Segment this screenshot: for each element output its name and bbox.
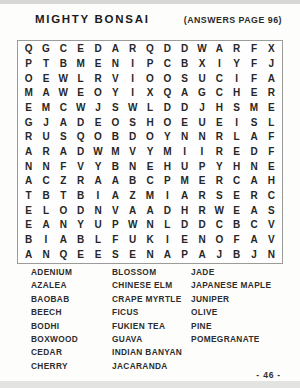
grid-cell-r11c5[interactable]: I bbox=[89, 189, 106, 204]
grid-cell-r4c12[interactable]: C bbox=[211, 86, 228, 101]
grid-cell-r11c9[interactable]: I bbox=[159, 189, 176, 204]
grid-cell-r12c2[interactable]: L bbox=[37, 203, 54, 218]
grid-cell-r2c8[interactable]: P bbox=[141, 57, 158, 72]
grid-cell-r2c2[interactable]: T bbox=[37, 57, 54, 72]
grid-cell-r2c5[interactable]: E bbox=[89, 57, 106, 72]
grid-cell-r10c10[interactable]: M bbox=[176, 174, 193, 189]
grid-cell-r2c13[interactable]: Y bbox=[228, 57, 245, 72]
answers-note: (ANSWERS PAGE 96) bbox=[184, 15, 282, 25]
grid-cell-r7c7[interactable]: D bbox=[124, 130, 141, 145]
grid-cell-r11c12[interactable]: S bbox=[211, 189, 228, 204]
grid-cell-r13c13[interactable]: B bbox=[228, 218, 245, 233]
grid-cell-r4c4[interactable]: E bbox=[72, 86, 89, 101]
grid-cell-r5c9[interactable]: D bbox=[159, 101, 176, 116]
grid-cell-r4c14[interactable]: E bbox=[245, 86, 262, 101]
grid-cell-r13c12[interactable]: C bbox=[211, 218, 228, 233]
grid-cell-r14c11[interactable]: N bbox=[193, 233, 210, 248]
grid-cell-r13c7[interactable]: W bbox=[124, 218, 141, 233]
grid-cell-r7c15[interactable]: F bbox=[263, 130, 280, 145]
grid-cell-r9c14[interactable]: N bbox=[245, 159, 262, 174]
page-number: - 46 - bbox=[256, 370, 281, 380]
grid-cell-r9c3[interactable]: F bbox=[55, 159, 72, 174]
puzzle-page: MIGHTY BONSAI (ANSWERS PAGE 96) QGCEDARQ… bbox=[0, 0, 300, 388]
grid-cell-r7c3[interactable]: S bbox=[55, 130, 72, 145]
grid-cell-r11c4[interactable]: B bbox=[72, 189, 89, 204]
grid-cell-r3c15[interactable]: A bbox=[263, 71, 280, 86]
grid-cell-r3c13[interactable]: I bbox=[228, 71, 245, 86]
grid-cell-r8c10[interactable]: I bbox=[176, 145, 193, 160]
grid-cell-r6c5[interactable]: E bbox=[89, 115, 106, 130]
grid-cell-r14c2[interactable]: I bbox=[37, 233, 54, 248]
grid-cell-r14c14[interactable]: A bbox=[245, 233, 262, 248]
grid-cell-r12c9[interactable]: D bbox=[159, 203, 176, 218]
grid-cell-r15c8[interactable]: N bbox=[141, 247, 158, 262]
grid-cell-r3c9[interactable]: O bbox=[159, 71, 176, 86]
grid-cell-r11c2[interactable]: B bbox=[37, 189, 54, 204]
grid-cell-r5c3[interactable]: C bbox=[55, 101, 72, 116]
grid-cell-r15c9[interactable]: A bbox=[159, 247, 176, 262]
grid-cell-r12c7[interactable]: A bbox=[124, 203, 141, 218]
grid-cell-r6c12[interactable]: E bbox=[211, 115, 228, 130]
grid-cell-r10c4[interactable]: R bbox=[72, 174, 89, 189]
grid-cell-r2c9[interactable]: C bbox=[159, 57, 176, 72]
word-item: FICUS bbox=[112, 306, 182, 319]
grid-cell-r11c7[interactable]: Z bbox=[124, 189, 141, 204]
grid-cell-r15c11[interactable]: A bbox=[193, 247, 210, 262]
grid-cell-r5c11[interactable]: J bbox=[193, 101, 210, 116]
grid-cell-r1c6[interactable]: A bbox=[107, 42, 124, 57]
grid-cell-r4c6[interactable]: Y bbox=[107, 86, 124, 101]
grid-cell-r6c1[interactable]: G bbox=[20, 115, 37, 130]
grid-cell-r5c6[interactable]: S bbox=[107, 101, 124, 116]
grid-cell-r13c2[interactable]: A bbox=[37, 218, 54, 233]
grid-cell-r3c14[interactable]: F bbox=[245, 71, 262, 86]
word-item: BEECH bbox=[31, 306, 78, 319]
grid-cell-r10c5[interactable]: A bbox=[89, 174, 106, 189]
grid-cell-r15c6[interactable]: S bbox=[107, 247, 124, 262]
grid-cell-r5c4[interactable]: W bbox=[72, 101, 89, 116]
grid-cell-r15c2[interactable]: N bbox=[37, 247, 54, 262]
grid-cell-r3c11[interactable]: U bbox=[193, 71, 210, 86]
grid-cell-r15c15[interactable]: N bbox=[263, 247, 280, 262]
word-item: JADE bbox=[191, 266, 271, 279]
grid-cell-r13c5[interactable]: U bbox=[89, 218, 106, 233]
grid-cell-r4c5[interactable]: O bbox=[89, 86, 106, 101]
grid-cell-r13c8[interactable]: N bbox=[141, 218, 158, 233]
grid-cell-r15c12[interactable]: J bbox=[211, 247, 228, 262]
grid-cell-r10c8[interactable]: C bbox=[141, 174, 158, 189]
grid-cell-r4c13[interactable]: H bbox=[228, 86, 245, 101]
grid-cell-r15c7[interactable]: E bbox=[124, 247, 141, 262]
grid-cell-r10c3[interactable]: Z bbox=[55, 174, 72, 189]
grid-cell-r6c15[interactable]: L bbox=[263, 115, 280, 130]
grid-cell-r6c8[interactable]: H bbox=[141, 115, 158, 130]
grid-cell-r3c8[interactable]: O bbox=[141, 71, 158, 86]
grid-cell-r13c15[interactable]: V bbox=[263, 218, 280, 233]
grid-cell-r6c11[interactable]: U bbox=[193, 115, 210, 130]
grid-cell-r4c8[interactable]: X bbox=[141, 86, 158, 101]
grid-cell-r8c15[interactable]: F bbox=[263, 145, 280, 160]
word-item: OLIVE bbox=[191, 306, 271, 319]
grid-cell-r9c10[interactable]: U bbox=[176, 159, 193, 174]
word-list-column-1: ADENIUMAZALEABAOBABBEECHBODHIBOXWOODCEDA… bbox=[31, 266, 78, 373]
grid-cell-r11c10[interactable]: A bbox=[176, 189, 193, 204]
grid-cell-r11c14[interactable]: R bbox=[245, 189, 262, 204]
grid-cell-r9c2[interactable]: N bbox=[37, 159, 54, 174]
grid-cell-r5c7[interactable]: W bbox=[124, 101, 141, 116]
grid-cell-r4c15[interactable]: R bbox=[263, 86, 280, 101]
grid-cell-r2c7[interactable]: I bbox=[124, 57, 141, 72]
grid-cell-r11c3[interactable]: T bbox=[55, 189, 72, 204]
grid-cell-r8c2[interactable]: R bbox=[37, 145, 54, 160]
grid-cell-r6c2[interactable]: J bbox=[37, 115, 54, 130]
grid-cell-r13c10[interactable]: D bbox=[176, 218, 193, 233]
grid-cell-r5c14[interactable]: M bbox=[245, 101, 262, 116]
grid-cell-r1c11[interactable]: W bbox=[193, 42, 210, 57]
grid-cell-r5c12[interactable]: H bbox=[211, 101, 228, 116]
grid-cell-r2c1[interactable]: P bbox=[20, 57, 37, 72]
grid-cell-r14c12[interactable]: O bbox=[211, 233, 228, 248]
grid-cell-r3c7[interactable]: I bbox=[124, 71, 141, 86]
grid-cell-r8c11[interactable]: I bbox=[193, 145, 210, 160]
grid-cell-r7c5[interactable]: O bbox=[89, 130, 106, 145]
grid-cell-r9c4[interactable]: V bbox=[72, 159, 89, 174]
grid-cell-r12c6[interactable]: V bbox=[107, 203, 124, 218]
grid-cell-r1c7[interactable]: R bbox=[124, 42, 141, 57]
grid-cell-r3c4[interactable]: L bbox=[72, 71, 89, 86]
grid-cell-r12c10[interactable]: H bbox=[176, 203, 193, 218]
grid-cell-r4c10[interactable]: A bbox=[176, 86, 193, 101]
grid-cell-r3c10[interactable]: S bbox=[176, 71, 193, 86]
grid-cell-r13c11[interactable]: D bbox=[193, 218, 210, 233]
grid-cell-r1c5[interactable]: D bbox=[89, 42, 106, 57]
grid-cell-r1c3[interactable]: C bbox=[55, 42, 72, 57]
grid-cell-r14c13[interactable]: F bbox=[228, 233, 245, 248]
grid-cell-r6c3[interactable]: A bbox=[55, 115, 72, 130]
grid-cell-r5c15[interactable]: E bbox=[263, 101, 280, 116]
grid-cell-r9c5[interactable]: Y bbox=[89, 159, 106, 174]
word-item: BODHI bbox=[31, 320, 78, 333]
grid-cell-r1c15[interactable]: X bbox=[263, 42, 280, 57]
grid-cell-r5c13[interactable]: S bbox=[228, 101, 245, 116]
grid-cell-r8c8[interactable]: Y bbox=[141, 145, 158, 160]
grid-cell-r4c9[interactable]: Q bbox=[159, 86, 176, 101]
grid-cell-r13c6[interactable]: P bbox=[107, 218, 124, 233]
grid-cell-r11c13[interactable]: E bbox=[228, 189, 245, 204]
grid-cell-r5c8[interactable]: L bbox=[141, 101, 158, 116]
grid-cell-r1c14[interactable]: F bbox=[245, 42, 262, 57]
grid-cell-r12c4[interactable]: D bbox=[72, 203, 89, 218]
grid-cell-r15c5[interactable]: E bbox=[89, 247, 106, 262]
grid-cell-r14c7[interactable]: U bbox=[124, 233, 141, 248]
grid-cell-r13c14[interactable]: C bbox=[245, 218, 262, 233]
word-item: CHERRY bbox=[31, 360, 78, 373]
grid-cell-r13c9[interactable]: L bbox=[159, 218, 176, 233]
grid-cell-r6c9[interactable]: O bbox=[159, 115, 176, 130]
grid-cell-r3c1[interactable]: O bbox=[20, 71, 37, 86]
word-item: BAOBAB bbox=[31, 293, 78, 306]
grid-cell-r10c11[interactable]: E bbox=[193, 174, 210, 189]
grid-cell-r2c11[interactable]: X bbox=[193, 57, 210, 72]
word-item: GUAVA bbox=[112, 333, 182, 346]
grid-cell-r12c5[interactable]: N bbox=[89, 203, 106, 218]
grid-cell-r9c1[interactable]: N bbox=[20, 159, 37, 174]
grid-cell-r10c14[interactable]: A bbox=[245, 174, 262, 189]
grid-cell-r5c2[interactable]: M bbox=[37, 101, 54, 116]
grid-cell-r13c1[interactable]: E bbox=[20, 218, 37, 233]
grid-cell-r3c5[interactable]: R bbox=[89, 71, 106, 86]
grid-cell-r2c12[interactable]: I bbox=[211, 57, 228, 72]
grid-cell-r10c7[interactable]: B bbox=[124, 174, 141, 189]
grid-cell-r4c11[interactable]: G bbox=[193, 86, 210, 101]
grid-cell-r14c4[interactable]: B bbox=[72, 233, 89, 248]
grid-cell-r4c3[interactable]: W bbox=[55, 86, 72, 101]
grid-cell-r1c8[interactable]: Q bbox=[141, 42, 158, 57]
grid-cell-r2c10[interactable]: B bbox=[176, 57, 193, 72]
grid-cell-r8c3[interactable]: A bbox=[55, 145, 72, 160]
grid-cell-r7c13[interactable]: L bbox=[228, 130, 245, 145]
word-item: BOXWOOD bbox=[31, 333, 78, 346]
grid-cell-r12c8[interactable]: A bbox=[141, 203, 158, 218]
grid-cell-r12c12[interactable]: W bbox=[211, 203, 228, 218]
grid-cell-r5c5[interactable]: J bbox=[89, 101, 106, 116]
grid-cell-r1c10[interactable]: D bbox=[176, 42, 193, 57]
grid-cell-r14c6[interactable]: F bbox=[107, 233, 124, 248]
page-top-edge bbox=[0, 0, 300, 4]
grid-cell-r7c2[interactable]: U bbox=[37, 130, 54, 145]
grid-cell-r8c4[interactable]: D bbox=[72, 145, 89, 160]
grid-cell-r1c4[interactable]: E bbox=[72, 42, 89, 57]
word-item: CRAPE MYRTLE bbox=[112, 293, 182, 306]
word-item: POMEGRANATE bbox=[191, 333, 271, 346]
grid-cell-r10c6[interactable]: A bbox=[107, 174, 124, 189]
grid-cell-r15c3[interactable]: Q bbox=[55, 247, 72, 262]
word-item: JACARANDA bbox=[112, 360, 182, 373]
word-item: JAPANESE MAPLE bbox=[191, 279, 271, 292]
grid-cell-r8c12[interactable]: R bbox=[211, 145, 228, 160]
grid-cell-r7c4[interactable]: Q bbox=[72, 130, 89, 145]
grid-cell-r12c3[interactable]: O bbox=[55, 203, 72, 218]
grid-cell-r9c11[interactable]: P bbox=[193, 159, 210, 174]
grid-cell-r8c7[interactable]: V bbox=[124, 145, 141, 160]
grid-cell-r2c4[interactable]: M bbox=[72, 57, 89, 72]
grid-cell-r7c6[interactable]: B bbox=[107, 130, 124, 145]
grid-cell-r10c13[interactable]: C bbox=[228, 174, 245, 189]
grid-cell-r2c6[interactable]: N bbox=[107, 57, 124, 72]
grid-cell-r14c9[interactable]: I bbox=[159, 233, 176, 248]
grid-cell-r11c8[interactable]: M bbox=[141, 189, 158, 204]
grid-cell-r9c13[interactable]: H bbox=[228, 159, 245, 174]
grid-cell-r12c11[interactable]: R bbox=[193, 203, 210, 218]
grid-cell-r10c2[interactable]: C bbox=[37, 174, 54, 189]
grid-cell-r1c12[interactable]: A bbox=[211, 42, 228, 57]
grid-cell-r9c9[interactable]: H bbox=[159, 159, 176, 174]
grid-cell-r15c13[interactable]: B bbox=[228, 247, 245, 262]
grid-cell-r10c9[interactable]: P bbox=[159, 174, 176, 189]
grid-cell-r14c15[interactable]: V bbox=[263, 233, 280, 248]
grid-cell-r3c2[interactable]: E bbox=[37, 71, 54, 86]
grid-cell-r14c3[interactable]: A bbox=[55, 233, 72, 248]
word-item: CEDAR bbox=[31, 346, 78, 359]
grid-cell-r8c9[interactable]: M bbox=[159, 145, 176, 160]
grid-cell-r12c13[interactable]: E bbox=[228, 203, 245, 218]
grid-cell-r8c5[interactable]: W bbox=[89, 145, 106, 160]
grid-cell-r1c2[interactable]: G bbox=[37, 42, 54, 57]
word-list-column-3: JADEJAPANESE MAPLEJUNIPEROLIVEPINEPOMEGR… bbox=[191, 266, 271, 346]
grid-cell-r15c14[interactable]: J bbox=[245, 247, 262, 262]
grid-cell-r5c10[interactable]: D bbox=[176, 101, 193, 116]
grid-cell-r14c8[interactable]: K bbox=[141, 233, 158, 248]
grid-cell-r7c8[interactable]: O bbox=[141, 130, 158, 145]
page-bottom-edge bbox=[0, 381, 300, 388]
word-search-grid: QGCEDARQDDWARFXPTBMENIPCBXIYFJOEWLRVIOOS… bbox=[17, 40, 283, 264]
grid-cell-r9c15[interactable]: E bbox=[263, 159, 280, 174]
grid-cell-r10c1[interactable]: A bbox=[20, 174, 37, 189]
grid-cell-r9c12[interactable]: Y bbox=[211, 159, 228, 174]
grid-cell-r15c1[interactable]: A bbox=[20, 247, 37, 262]
grid-cell-r1c9[interactable]: D bbox=[159, 42, 176, 57]
grid-cell-r8c13[interactable]: E bbox=[228, 145, 245, 160]
grid-cell-r9c6[interactable]: B bbox=[107, 159, 124, 174]
grid-cell-r11c6[interactable]: A bbox=[107, 189, 124, 204]
grid-cell-r8c14[interactable]: D bbox=[245, 145, 262, 160]
grid-cell-r6c4[interactable]: D bbox=[72, 115, 89, 130]
grid-cell-r8c1[interactable]: A bbox=[20, 145, 37, 160]
grid-cell-r9c8[interactable]: E bbox=[141, 159, 158, 174]
grid-cell-r11c15[interactable]: C bbox=[263, 189, 280, 204]
grid-cell-r7c14[interactable]: A bbox=[245, 130, 262, 145]
grid-cell-r14c5[interactable]: L bbox=[89, 233, 106, 248]
grid-cell-r6c10[interactable]: E bbox=[176, 115, 193, 130]
word-item: JUNIPER bbox=[191, 293, 271, 306]
grid-cell-r1c13[interactable]: R bbox=[228, 42, 245, 57]
grid-cell-r9c7[interactable]: N bbox=[124, 159, 141, 174]
word-item: CHINESE ELM bbox=[112, 279, 182, 292]
grid-cell-r7c11[interactable]: N bbox=[193, 130, 210, 145]
grid-cell-r4c7[interactable]: I bbox=[124, 86, 141, 101]
grid-cell-r15c4[interactable]: E bbox=[72, 247, 89, 262]
grid-cell-r15c10[interactable]: P bbox=[176, 247, 193, 262]
word-item: FUKIEN TEA bbox=[112, 320, 182, 333]
grid-cell-r2c14[interactable]: F bbox=[245, 57, 262, 72]
grid-cell-r14c10[interactable]: E bbox=[176, 233, 193, 248]
grid-cell-r14c1[interactable]: B bbox=[20, 233, 37, 248]
grid-cell-r2c3[interactable]: B bbox=[55, 57, 72, 72]
word-item: BLOSSOM bbox=[112, 266, 182, 279]
grid-cell-r7c1[interactable]: R bbox=[20, 130, 37, 145]
grid-cell-r7c12[interactable]: R bbox=[211, 130, 228, 145]
grid-cell-r2c15[interactable]: J bbox=[263, 57, 280, 72]
grid-cell-r4c2[interactable]: A bbox=[37, 86, 54, 101]
grid-cell-r4c1[interactable]: M bbox=[20, 86, 37, 101]
grid-cell-r7c9[interactable]: Y bbox=[159, 130, 176, 145]
grid-cell-r5c1[interactable]: E bbox=[20, 101, 37, 116]
grid-cell-r3c6[interactable]: V bbox=[107, 71, 124, 86]
grid-cell-r11c11[interactable]: R bbox=[193, 189, 210, 204]
word-item: PINE bbox=[191, 320, 271, 333]
grid-cell-r12c14[interactable]: A bbox=[245, 203, 262, 218]
grid-cell-r3c12[interactable]: C bbox=[211, 71, 228, 86]
word-item: ADENIUM bbox=[31, 266, 78, 279]
grid-cell-r12c1[interactable]: E bbox=[20, 203, 37, 218]
grid-cell-r7c10[interactable]: N bbox=[176, 130, 193, 145]
grid-cell-r10c15[interactable]: H bbox=[263, 174, 280, 189]
grid-cell-r12c15[interactable]: S bbox=[263, 203, 280, 218]
word-item: AZALEA bbox=[31, 279, 78, 292]
word-list-column-2: BLOSSOMCHINESE ELMCRAPE MYRTLEFICUSFUKIE… bbox=[112, 266, 182, 373]
grid-cell-r3c3[interactable]: W bbox=[55, 71, 72, 86]
grid-cell-r8c6[interactable]: M bbox=[107, 145, 124, 160]
grid-cell-r6c7[interactable]: S bbox=[124, 115, 141, 130]
puzzle-title: MIGHTY BONSAI bbox=[35, 13, 150, 25]
grid-cell-r6c14[interactable]: S bbox=[245, 115, 262, 130]
grid-cell-r6c13[interactable]: I bbox=[228, 115, 245, 130]
grid-cell-r13c3[interactable]: N bbox=[55, 218, 72, 233]
grid-cell-r6c6[interactable]: O bbox=[107, 115, 124, 130]
grid-cell-r10c12[interactable]: R bbox=[211, 174, 228, 189]
grid-cell-r1c1[interactable]: Q bbox=[20, 42, 37, 57]
grid-cell-r13c4[interactable]: Y bbox=[72, 218, 89, 233]
word-item: INDIAN BANYAN bbox=[112, 346, 182, 359]
grid-cell-r11c1[interactable]: T bbox=[20, 189, 37, 204]
